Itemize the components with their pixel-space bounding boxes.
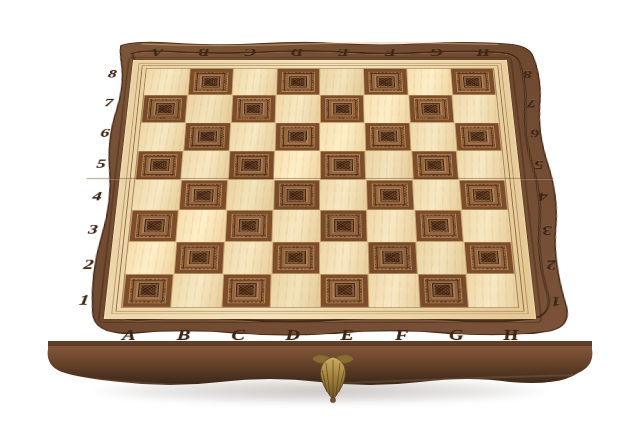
square-h1[interactable] bbox=[466, 274, 518, 308]
square-c1[interactable] bbox=[221, 274, 271, 308]
square-f8[interactable] bbox=[363, 69, 408, 96]
square-h3[interactable] bbox=[461, 210, 511, 241]
square-b1[interactable] bbox=[171, 274, 222, 308]
square-h2[interactable] bbox=[463, 241, 514, 273]
square-h8[interactable] bbox=[450, 69, 496, 96]
square-e7[interactable] bbox=[320, 95, 365, 122]
square-g1[interactable] bbox=[417, 274, 468, 308]
fold-seam bbox=[86, 178, 553, 180]
square-c6[interactable] bbox=[229, 122, 275, 150]
square-g2[interactable] bbox=[416, 241, 466, 273]
square-b5[interactable] bbox=[181, 151, 229, 180]
square-a1[interactable] bbox=[122, 274, 174, 308]
square-b7[interactable] bbox=[186, 95, 232, 122]
square-b6[interactable] bbox=[184, 122, 231, 150]
square-c8[interactable] bbox=[232, 69, 277, 96]
square-a3[interactable] bbox=[129, 210, 179, 241]
square-e3[interactable] bbox=[320, 210, 368, 241]
square-d3[interactable] bbox=[272, 210, 320, 241]
square-h6[interactable] bbox=[454, 122, 502, 150]
square-d7[interactable] bbox=[275, 95, 320, 122]
square-b2[interactable] bbox=[174, 241, 224, 273]
square-f4[interactable] bbox=[366, 180, 414, 210]
scene: ABCDEFGH ABCDEFGH 87654321 87654321 bbox=[0, 0, 640, 426]
square-g8[interactable] bbox=[407, 69, 452, 96]
square-d4[interactable] bbox=[273, 180, 320, 210]
square-e8[interactable] bbox=[320, 69, 364, 96]
square-h4[interactable] bbox=[459, 180, 508, 210]
square-f6[interactable] bbox=[365, 122, 411, 150]
square-e2[interactable] bbox=[320, 241, 369, 273]
square-g3[interactable] bbox=[414, 210, 463, 241]
square-d8[interactable] bbox=[276, 69, 320, 96]
chess-board: ABCDEFGH ABCDEFGH 87654321 87654321 bbox=[47, 34, 593, 356]
square-a6[interactable] bbox=[138, 122, 186, 150]
square-a4[interactable] bbox=[132, 180, 181, 210]
square-c2[interactable] bbox=[223, 241, 273, 273]
square-b4[interactable] bbox=[179, 180, 228, 210]
square-a5[interactable] bbox=[135, 151, 184, 180]
square-b3[interactable] bbox=[177, 210, 226, 241]
square-g4[interactable] bbox=[412, 180, 461, 210]
square-f3[interactable] bbox=[367, 210, 416, 241]
square-a8[interactable] bbox=[144, 69, 190, 96]
square-h7[interactable] bbox=[452, 95, 499, 122]
square-c4[interactable] bbox=[226, 180, 274, 210]
square-e5[interactable] bbox=[320, 151, 366, 180]
square-a2[interactable] bbox=[125, 241, 176, 273]
square-g7[interactable] bbox=[408, 95, 454, 122]
square-d2[interactable] bbox=[271, 241, 320, 273]
square-c5[interactable] bbox=[228, 151, 275, 180]
square-g6[interactable] bbox=[409, 122, 456, 150]
square-g5[interactable] bbox=[411, 151, 459, 180]
square-h5[interactable] bbox=[456, 151, 505, 180]
square-d5[interactable] bbox=[274, 151, 320, 180]
square-e6[interactable] bbox=[320, 122, 365, 150]
squares-grid bbox=[122, 69, 518, 308]
square-f7[interactable] bbox=[364, 95, 409, 122]
square-a7[interactable] bbox=[141, 95, 188, 122]
square-c7[interactable] bbox=[231, 95, 276, 122]
playing-field bbox=[104, 60, 537, 319]
square-d6[interactable] bbox=[275, 122, 320, 150]
brass-clasp-icon bbox=[308, 350, 358, 406]
square-e1[interactable] bbox=[320, 274, 370, 308]
square-d1[interactable] bbox=[270, 274, 320, 308]
square-f5[interactable] bbox=[365, 151, 412, 180]
square-f2[interactable] bbox=[368, 241, 418, 273]
square-c3[interactable] bbox=[224, 210, 273, 241]
square-e4[interactable] bbox=[320, 180, 367, 210]
square-f1[interactable] bbox=[369, 274, 419, 308]
square-b8[interactable] bbox=[188, 69, 233, 96]
